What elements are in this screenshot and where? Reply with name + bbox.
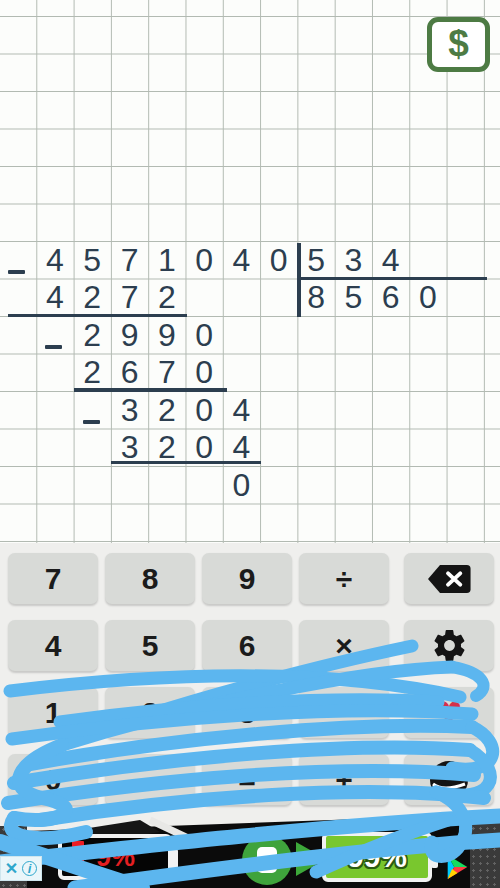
division-digit: 7 — [148, 354, 185, 392]
division-digit: 7 — [111, 241, 148, 279]
ad-banner[interactable]: 9% 99% ✕ i — [0, 812, 500, 888]
key-label: 8 — [142, 562, 159, 596]
key-minus[interactable]: - — [299, 687, 389, 738]
app-icon-circle — [242, 835, 292, 885]
key-label: 2 — [142, 696, 159, 730]
grid-paper: 45710405344272856029902670320432040 $ — [0, 0, 500, 543]
full-battery-percent: 99% — [347, 840, 407, 874]
minus-sign — [83, 420, 100, 424]
key-favorite[interactable]: ♥ — [404, 687, 494, 738]
division-digit: 0 — [260, 241, 297, 279]
key-1[interactable]: 1 — [8, 687, 98, 738]
key-5[interactable]: 5 — [105, 620, 195, 671]
money-button[interactable]: $ — [427, 17, 490, 72]
division-digit: 6 — [111, 354, 148, 392]
key-label: 5 — [142, 629, 159, 663]
key-9[interactable]: 9 — [202, 553, 292, 604]
key-label: 9 — [239, 562, 256, 596]
key-settings[interactable] — [404, 620, 494, 671]
key-2[interactable]: 2 — [105, 687, 195, 738]
division-digit: 0 — [186, 354, 223, 392]
division-rule-line — [74, 388, 227, 392]
division-digit: 5 — [74, 241, 111, 279]
division-digit: 8 — [297, 279, 334, 317]
division-digit: 0 — [409, 279, 446, 317]
division-digit: 7 — [111, 279, 148, 317]
division-digit: 2 — [74, 354, 111, 392]
key-plus[interactable]: + — [299, 754, 389, 805]
key-equals[interactable]: = — [202, 754, 292, 805]
key-globe[interactable] — [404, 754, 494, 805]
division-digit: 2 — [74, 279, 111, 317]
division-rule-line — [297, 277, 487, 281]
key-4[interactable]: 4 — [8, 620, 98, 671]
key-label: ÷ — [336, 562, 352, 596]
division-digit: 1 — [148, 241, 185, 279]
key-multiply[interactable]: × — [299, 620, 389, 671]
ad-choices-chip: ✕ i — [0, 856, 42, 881]
division-rule-line — [297, 243, 301, 317]
minus-sign — [45, 345, 62, 349]
dollar-icon: $ — [448, 25, 469, 62]
key-label: 7 — [45, 562, 62, 596]
division-digit: 3 — [111, 391, 148, 429]
division-digit: 4 — [223, 391, 260, 429]
key-6[interactable]: 6 — [202, 620, 292, 671]
division-digit: 6 — [372, 279, 409, 317]
division-digit: 4 — [223, 241, 260, 279]
low-battery-percent: 9% — [96, 842, 135, 873]
key-decimal[interactable]: . — [105, 754, 195, 805]
key-label: 1 — [45, 696, 62, 730]
division-digit: 3 — [335, 241, 372, 279]
key-backspace[interactable] — [404, 553, 494, 604]
key-7[interactable]: 7 — [8, 553, 98, 604]
keypad: 789÷456×123-♥0.=+ — [0, 543, 500, 812]
low-battery-indicator: 9% — [58, 834, 172, 880]
backspace-icon — [426, 564, 472, 594]
key-label: × — [335, 629, 353, 663]
key-label: = — [238, 763, 256, 797]
key-3[interactable]: 3 — [202, 687, 292, 738]
division-digit: 0 — [186, 391, 223, 429]
globe-icon — [429, 760, 469, 800]
battery-terminal — [431, 848, 438, 868]
division-digit: 0 — [223, 466, 260, 504]
ad-close-icon[interactable]: ✕ — [5, 861, 18, 877]
heart-icon: ♥ — [436, 691, 462, 735]
division-digit: 2 — [148, 391, 185, 429]
google-play-icon — [447, 855, 468, 879]
key-label: - — [339, 696, 349, 730]
key-8[interactable]: 8 — [105, 553, 195, 604]
app-screen: 45710405344272856029902670320432040 $ 78… — [0, 0, 500, 888]
key-label: 6 — [239, 629, 256, 663]
battery-terminal — [171, 849, 178, 869]
division-digit: 5 — [335, 279, 372, 317]
full-battery-indicator: 99% — [322, 832, 432, 882]
key-divide[interactable]: ÷ — [299, 553, 389, 604]
division-rule-line — [111, 461, 261, 465]
phone-icon — [257, 847, 277, 873]
key-label: 4 — [45, 629, 62, 663]
key-label: + — [335, 763, 353, 797]
battery-level-bar — [72, 841, 84, 873]
division-digit: 9 — [111, 316, 148, 354]
key-label: 3 — [239, 696, 256, 730]
division-digit: 2 — [148, 279, 185, 317]
division-digit: 0 — [186, 316, 223, 354]
division-digit: 4 — [36, 241, 73, 279]
minus-sign — [8, 270, 25, 274]
key-0[interactable]: 0 — [8, 754, 98, 805]
division-digit: 4 — [36, 279, 73, 317]
key-label: . — [146, 763, 154, 797]
division-digit: 9 — [148, 316, 185, 354]
division-digit: 0 — [186, 241, 223, 279]
ad-side-texture-right — [470, 818, 500, 888]
division-digit: 2 — [74, 316, 111, 354]
division-digit: 4 — [372, 241, 409, 279]
division-rule-line — [8, 314, 187, 318]
division-digit: 5 — [297, 241, 334, 279]
gear-icon — [431, 627, 468, 664]
key-label: 0 — [45, 763, 62, 797]
ad-info-icon[interactable]: i — [22, 861, 37, 876]
